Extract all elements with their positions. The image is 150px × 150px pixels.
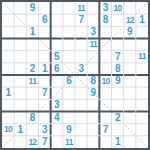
cell-r11c9[interactable]: 7: [99, 124, 111, 136]
cell-r12c1[interactable]: [2, 136, 14, 148]
given-digit: 11: [89, 40, 97, 49]
cell-r3c3[interactable]: 1: [26, 26, 38, 38]
given-digit: 5: [54, 52, 59, 62]
cell-r11c4[interactable]: 3: [39, 124, 51, 136]
cell-r10c3[interactable]: 8: [26, 112, 38, 124]
cell-r6c3[interactable]: 2: [26, 63, 38, 75]
cell-r3c5[interactable]: [51, 26, 63, 38]
cell-r8c12[interactable]: [136, 87, 148, 99]
given-digit: 7: [103, 125, 108, 135]
cell-r9c9[interactable]: [99, 99, 111, 111]
cell-r9c5[interactable]: 3: [51, 99, 63, 111]
cell-r6c9[interactable]: [99, 63, 111, 75]
cell-r10c12[interactable]: [136, 112, 148, 124]
given-digit: 2: [30, 64, 35, 74]
cell-r12c7[interactable]: [75, 136, 87, 148]
cell-r4c8[interactable]: 11: [87, 39, 99, 51]
cell-r6c4[interactable]: 1: [39, 63, 51, 75]
cell-r5c9[interactable]: [99, 51, 111, 63]
given-digit: 8: [103, 15, 108, 25]
cell-r9c3[interactable]: [26, 99, 38, 111]
cell-r5c3[interactable]: [26, 51, 38, 63]
given-digit: 9: [66, 125, 71, 135]
cell-r4c12[interactable]: [136, 39, 148, 51]
cell-r1c7[interactable]: 11: [75, 2, 87, 14]
cell-r10c7[interactable]: [75, 112, 87, 124]
cell-r9c11[interactable]: [124, 99, 136, 111]
cell-r1c10[interactable]: 10: [112, 2, 124, 14]
cell-r2c9[interactable]: 8: [99, 14, 111, 26]
cell-r10c10[interactable]: 2: [112, 112, 124, 124]
cell-r11c2[interactable]: 1: [14, 124, 26, 136]
given-digit: 1: [115, 137, 120, 147]
cell-r11c7[interactable]: [75, 124, 87, 136]
given-digit: 11: [65, 138, 73, 147]
cell-r5c1[interactable]: [2, 51, 14, 63]
cell-r2c1[interactable]: [2, 14, 14, 26]
cell-r2c12[interactable]: 1: [136, 14, 148, 26]
cell-r3c8[interactable]: 3: [87, 26, 99, 38]
given-digit: 8: [115, 64, 120, 74]
cell-r6c10[interactable]: 8: [112, 63, 124, 75]
given-digit: 7: [115, 52, 120, 62]
given-digit: 3: [42, 125, 47, 135]
cell-r2c2[interactable]: [14, 14, 26, 26]
cell-r3c12[interactable]: [136, 26, 148, 38]
cell-r4c11[interactable]: [124, 39, 136, 51]
cell-r4c2[interactable]: [14, 39, 26, 51]
cell-r1c2[interactable]: [14, 2, 26, 14]
given-digit: 7: [42, 88, 47, 98]
given-digit: 10: [114, 4, 122, 13]
cell-r7c2[interactable]: [14, 75, 26, 87]
cell-r7c12[interactable]: [136, 75, 148, 87]
given-digit: 10: [4, 125, 12, 134]
cell-r4c3[interactable]: [26, 39, 38, 51]
cell-r10c11[interactable]: [124, 112, 136, 124]
cell-r6c6[interactable]: [63, 63, 75, 75]
cell-r7c3[interactable]: 11: [26, 75, 38, 87]
cell-r8c7[interactable]: [75, 87, 87, 99]
given-digit: 9: [127, 27, 132, 37]
given-digit: 10: [101, 77, 109, 86]
cell-r11c11[interactable]: [124, 124, 136, 136]
cell-r8c8[interactable]: 9: [87, 87, 99, 99]
cell-r11c6[interactable]: 9: [63, 124, 75, 136]
cell-r3c1[interactable]: [2, 26, 14, 38]
given-digit: 8: [30, 113, 35, 123]
given-digit: 1: [139, 15, 144, 25]
cell-r9c4[interactable]: [39, 99, 51, 111]
cell-r2c4[interactable]: 6: [39, 14, 51, 26]
cell-r8c11[interactable]: [124, 87, 136, 99]
cell-r6c12[interactable]: [136, 63, 148, 75]
given-digit: 11: [77, 4, 85, 13]
cell-r10c2[interactable]: [14, 112, 26, 124]
cell-r4c7[interactable]: [75, 39, 87, 51]
given-digit: 6: [66, 76, 71, 86]
cell-r11c5[interactable]: [51, 124, 63, 136]
cell-r8c6[interactable]: [63, 87, 75, 99]
cell-r12c3[interactable]: 12: [26, 136, 38, 148]
cell-r9c1[interactable]: [2, 99, 14, 111]
given-digit: 7: [42, 137, 47, 147]
cell-r8c2[interactable]: [14, 87, 26, 99]
cell-r10c1[interactable]: [2, 112, 14, 124]
cell-r9c2[interactable]: [14, 99, 26, 111]
cell-r12c9[interactable]: [99, 136, 111, 148]
cell-r3c11[interactable]: 9: [124, 26, 136, 38]
cell-r8c1[interactable]: 1: [2, 87, 14, 99]
cell-r11c8[interactable]: [87, 124, 99, 136]
cell-r4c5[interactable]: [51, 39, 63, 51]
cell-r12c5[interactable]: [51, 136, 63, 148]
given-digit: 3: [54, 100, 59, 110]
given-digit: 11: [29, 77, 37, 86]
cell-r12c2[interactable]: [14, 136, 26, 148]
given-digit: 9: [91, 88, 96, 98]
cell-r1c11[interactable]: [124, 2, 136, 14]
cell-r4c4[interactable]: [39, 39, 51, 51]
given-digit: 6: [54, 64, 59, 74]
cell-r10c8[interactable]: [87, 112, 99, 124]
cell-r3c10[interactable]: [112, 26, 124, 38]
cell-r5c4[interactable]: [39, 51, 51, 63]
given-digit: 9: [115, 76, 120, 86]
cell-r1c1[interactable]: [2, 2, 14, 14]
cell-r9c10[interactable]: [112, 99, 124, 111]
given-digit: 7: [78, 15, 83, 25]
cell-r12c6[interactable]: 11: [63, 136, 75, 148]
cell-r6c8[interactable]: [87, 63, 99, 75]
cell-r4c6[interactable]: [63, 39, 75, 51]
given-digit: 3: [78, 64, 83, 74]
cell-r1c3[interactable]: 9: [26, 2, 38, 14]
cell-r5c12[interactable]: 11: [136, 51, 148, 63]
cell-r2c6[interactable]: [63, 14, 75, 26]
given-digit: 1: [42, 64, 47, 74]
cell-r3c9[interactable]: [99, 26, 111, 38]
cell-r1c8[interactable]: [87, 2, 99, 14]
cell-r10c5[interactable]: 4: [51, 112, 63, 124]
cell-r3c6[interactable]: [63, 26, 75, 38]
cell-r11c1[interactable]: 10: [2, 124, 14, 136]
cell-r5c2[interactable]: [14, 51, 26, 63]
cell-r8c5[interactable]: [51, 87, 63, 99]
given-digit: 1: [30, 27, 35, 37]
cell-r8c9[interactable]: [99, 87, 111, 99]
cell-r5c5[interactable]: 5: [51, 51, 63, 63]
cell-r12c10[interactable]: 1: [112, 136, 124, 148]
cell-r1c4[interactable]: [39, 2, 51, 14]
cell-r8c4[interactable]: 7: [39, 87, 51, 99]
given-digit: 12: [28, 138, 36, 147]
given-digit: 8: [91, 76, 96, 86]
cell-r6c2[interactable]: [14, 63, 26, 75]
given-digit: 12: [126, 16, 134, 25]
given-digit: 11: [138, 52, 146, 61]
cell-r8c3[interactable]: [26, 87, 38, 99]
cell-r2c5[interactable]: [51, 14, 63, 26]
cell-r12c11[interactable]: [124, 136, 136, 148]
cell-r5c7[interactable]: [75, 51, 87, 63]
cell-r1c5[interactable]: [51, 2, 63, 14]
cell-r2c3[interactable]: [26, 14, 38, 26]
cell-r5c11[interactable]: [124, 51, 136, 63]
cell-r8c10[interactable]: [112, 87, 124, 99]
cell-r10c6[interactable]: [63, 112, 75, 124]
cell-r7c1[interactable]: [2, 75, 14, 87]
given-digit: 1: [18, 125, 23, 135]
cell-r7c10[interactable]: 9: [112, 75, 124, 87]
cell-r7c4[interactable]: [39, 75, 51, 87]
cell-r5c6[interactable]: [63, 51, 75, 63]
cell-r3c7[interactable]: [75, 26, 87, 38]
cell-r5c10[interactable]: 7: [112, 51, 124, 63]
cell-r7c8[interactable]: 8: [87, 75, 99, 87]
cell-r11c10[interactable]: [112, 124, 124, 136]
sudoku-board: 9113106781211391157112163811681091793842…: [0, 0, 150, 150]
given-digit: 3: [91, 27, 96, 37]
cell-r12c12[interactable]: [136, 136, 148, 148]
cell-r6c5[interactable]: 6: [51, 63, 63, 75]
cell-r11c12[interactable]: [136, 124, 148, 136]
given-digit: 4: [54, 113, 59, 123]
given-digit: 1: [5, 88, 10, 98]
cell-r9c8[interactable]: [87, 99, 99, 111]
cell-r9c7[interactable]: [75, 99, 87, 111]
cell-r4c1[interactable]: [2, 39, 14, 51]
cell-r6c7[interactable]: 3: [75, 63, 87, 75]
given-digit: 6: [42, 15, 47, 25]
cell-r12c4[interactable]: 7: [39, 136, 51, 148]
cell-r1c12[interactable]: [136, 2, 148, 14]
cell-r9c12[interactable]: [136, 99, 148, 111]
cell-r9c6[interactable]: [63, 99, 75, 111]
cell-r10c9[interactable]: [99, 112, 111, 124]
cell-r2c7[interactable]: 7: [75, 14, 87, 26]
cell-r4c10[interactable]: [112, 39, 124, 51]
cell-r11c3[interactable]: [26, 124, 38, 136]
cell-r6c1[interactable]: [2, 63, 14, 75]
cell-r1c6[interactable]: [63, 2, 75, 14]
cell-r2c8[interactable]: [87, 14, 99, 26]
cell-r2c11[interactable]: 12: [124, 14, 136, 26]
cell-r10c4[interactable]: [39, 112, 51, 124]
cell-r3c2[interactable]: [14, 26, 26, 38]
given-digit: 2: [115, 113, 120, 123]
cell-r12c8[interactable]: [87, 136, 99, 148]
given-digit: 9: [30, 3, 35, 13]
cell-r3c4[interactable]: [39, 26, 51, 38]
cell-r7c6[interactable]: 6: [63, 75, 75, 87]
given-digit: 3: [103, 3, 108, 13]
cell-r6c11[interactable]: [124, 63, 136, 75]
cell-r7c5[interactable]: [51, 75, 63, 87]
cell-r1c9[interactable]: 3: [99, 2, 111, 14]
sudoku-board-cells: 9113106781211391157112163811681091793842…: [2, 2, 148, 148]
cell-r4c9[interactable]: [99, 39, 111, 51]
cell-r7c7[interactable]: [75, 75, 87, 87]
cell-r7c9[interactable]: 10: [99, 75, 111, 87]
cell-r5c8[interactable]: [87, 51, 99, 63]
cell-r2c10[interactable]: [112, 14, 124, 26]
cell-r7c11[interactable]: [124, 75, 136, 87]
